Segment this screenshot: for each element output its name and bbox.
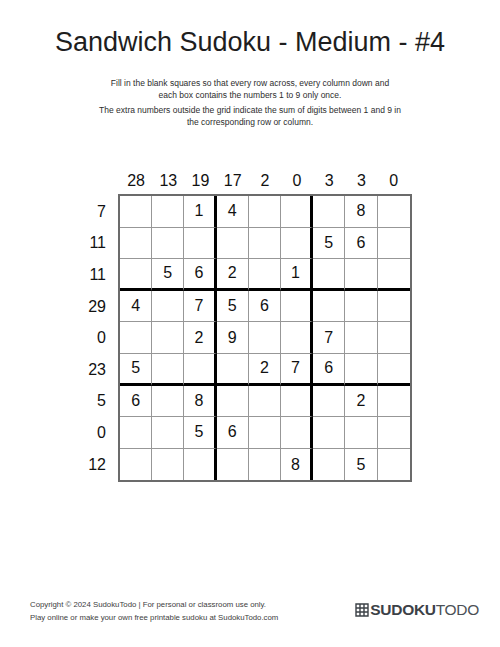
cell-r2c3[interactable] bbox=[184, 228, 216, 260]
cell-r1c6[interactable] bbox=[281, 196, 313, 228]
cell-r9c8[interactable]: 5 bbox=[345, 449, 377, 481]
cell-r6c1[interactable]: 5 bbox=[120, 354, 152, 386]
cell-r2c5[interactable] bbox=[249, 228, 281, 260]
copyright-line: Copyright © 2024 SudokuTodo | For person… bbox=[30, 599, 278, 612]
cell-r7c4[interactable] bbox=[217, 386, 249, 418]
cell-r8c8[interactable] bbox=[345, 417, 377, 449]
cell-r6c8[interactable] bbox=[345, 354, 377, 386]
footer-copyright: Copyright © 2024 SudokuTodo | For person… bbox=[30, 599, 278, 624]
cell-r3c3[interactable]: 6 bbox=[184, 259, 216, 291]
cell-r1c4[interactable]: 4 bbox=[217, 196, 249, 228]
cell-r6c2[interactable] bbox=[152, 354, 184, 386]
cell-r1c9[interactable] bbox=[378, 196, 410, 228]
cell-r4c5[interactable]: 6 bbox=[249, 291, 281, 323]
cell-r6c5[interactable]: 2 bbox=[249, 354, 281, 386]
cell-r1c7[interactable] bbox=[313, 196, 345, 228]
instructions-rules: Fill in the blank squares so that every … bbox=[40, 78, 460, 101]
cell-r4c1[interactable]: 4 bbox=[120, 291, 152, 323]
instructions-rules-line1: Fill in the blank squares so that every … bbox=[111, 78, 389, 88]
cell-r9c4[interactable] bbox=[217, 449, 249, 481]
cell-r4c8[interactable] bbox=[345, 291, 377, 323]
cell-r4c2[interactable] bbox=[152, 291, 184, 323]
cell-r7c8[interactable]: 2 bbox=[345, 386, 377, 418]
cell-r3c7[interactable] bbox=[313, 259, 345, 291]
sudoku-grid-icon bbox=[355, 603, 369, 617]
cell-r8c6[interactable] bbox=[281, 417, 313, 449]
row-clues: 71111290235012 bbox=[80, 196, 118, 482]
cell-r8c1[interactable] bbox=[120, 417, 152, 449]
cell-r5c6[interactable] bbox=[281, 322, 313, 354]
cell-r9c5[interactable] bbox=[249, 449, 281, 481]
row-clue-8: 0 bbox=[80, 417, 118, 449]
cell-r7c3[interactable]: 8 bbox=[184, 386, 216, 418]
cell-r9c2[interactable] bbox=[152, 449, 184, 481]
cell-r4c7[interactable] bbox=[313, 291, 345, 323]
cell-r7c7[interactable] bbox=[313, 386, 345, 418]
cell-r9c9[interactable] bbox=[378, 449, 410, 481]
tagline-line: Play online or make your own free printa… bbox=[30, 612, 278, 625]
sudokutodo-logo: SUDOKUTODO bbox=[355, 601, 479, 619]
cell-r6c3[interactable] bbox=[184, 354, 216, 386]
row-clue-3: 11 bbox=[80, 259, 118, 291]
cell-r3c4[interactable]: 2 bbox=[217, 259, 249, 291]
cell-r2c9[interactable] bbox=[378, 228, 410, 260]
cell-r3c6[interactable]: 1 bbox=[281, 259, 313, 291]
cell-r3c1[interactable] bbox=[120, 259, 152, 291]
col-clue-3: 19 bbox=[184, 166, 216, 194]
cell-r7c9[interactable] bbox=[378, 386, 410, 418]
instructions-sandwich-line1: The extra numbers outside the grid indic… bbox=[99, 105, 401, 115]
cell-r2c6[interactable] bbox=[281, 228, 313, 260]
cell-r5c3[interactable]: 2 bbox=[184, 322, 216, 354]
cell-r2c7[interactable]: 5 bbox=[313, 228, 345, 260]
cell-r7c2[interactable] bbox=[152, 386, 184, 418]
cell-r5c9[interactable] bbox=[378, 322, 410, 354]
row-clue-9: 12 bbox=[80, 449, 118, 481]
cell-r4c6[interactable] bbox=[281, 291, 313, 323]
cell-r2c4[interactable] bbox=[217, 228, 249, 260]
sudoku-grid: 148565621475629752766825685 bbox=[118, 194, 412, 482]
cell-r5c5[interactable] bbox=[249, 322, 281, 354]
col-clue-5: 2 bbox=[249, 166, 281, 194]
row-clue-1: 7 bbox=[80, 196, 118, 228]
instructions-sandwich: The extra numbers outside the grid indic… bbox=[40, 105, 460, 128]
cell-r5c2[interactable] bbox=[152, 322, 184, 354]
row-clue-6: 23 bbox=[80, 354, 118, 386]
cell-r2c1[interactable] bbox=[120, 228, 152, 260]
row-clue-7: 5 bbox=[80, 386, 118, 418]
cell-r7c1[interactable]: 6 bbox=[120, 386, 152, 418]
cell-r6c6[interactable]: 7 bbox=[281, 354, 313, 386]
col-clue-4: 17 bbox=[217, 166, 249, 194]
cell-r9c3[interactable] bbox=[184, 449, 216, 481]
cell-r8c4[interactable]: 6 bbox=[217, 417, 249, 449]
col-clue-9: 0 bbox=[378, 166, 410, 194]
cell-r5c1[interactable] bbox=[120, 322, 152, 354]
col-clue-7: 3 bbox=[313, 166, 345, 194]
cell-r8c3[interactable]: 5 bbox=[184, 417, 216, 449]
logo-text-todo: TODO bbox=[436, 601, 479, 618]
cell-r9c6[interactable]: 8 bbox=[281, 449, 313, 481]
board-main: 71111290235012 1485656214756297527668256… bbox=[80, 194, 412, 482]
cell-r3c8[interactable] bbox=[345, 259, 377, 291]
cell-r8c9[interactable] bbox=[378, 417, 410, 449]
cell-r1c2[interactable] bbox=[152, 196, 184, 228]
cell-r9c7[interactable] bbox=[313, 449, 345, 481]
cell-r2c8[interactable]: 6 bbox=[345, 228, 377, 260]
page-title: Sandwich Sudoku - Medium - #4 bbox=[0, 27, 500, 58]
logo-text-sudoku: SUDOKU bbox=[370, 601, 435, 618]
cell-r1c1[interactable] bbox=[120, 196, 152, 228]
cell-r1c3[interactable]: 1 bbox=[184, 196, 216, 228]
cell-r9c1[interactable] bbox=[120, 449, 152, 481]
cell-r7c5[interactable] bbox=[249, 386, 281, 418]
col-clue-2: 13 bbox=[152, 166, 184, 194]
cell-r3c5[interactable] bbox=[249, 259, 281, 291]
instructions-sandwich-line2: the corresponding row or column. bbox=[187, 117, 313, 127]
row-clue-4: 29 bbox=[80, 291, 118, 323]
cell-r6c4[interactable] bbox=[217, 354, 249, 386]
logo-text: SUDOKUTODO bbox=[370, 601, 479, 619]
cell-r3c2[interactable]: 5 bbox=[152, 259, 184, 291]
row-clue-5: 0 bbox=[80, 322, 118, 354]
cell-r1c8[interactable]: 8 bbox=[345, 196, 377, 228]
cell-r7c6[interactable] bbox=[281, 386, 313, 418]
cell-r1c5[interactable] bbox=[249, 196, 281, 228]
cell-r5c4[interactable]: 9 bbox=[217, 322, 249, 354]
instructions-rules-line2: each box contains the numbers 1 to 9 onl… bbox=[159, 90, 342, 100]
col-clue-1: 28 bbox=[120, 166, 152, 194]
cell-r5c8[interactable] bbox=[345, 322, 377, 354]
column-clues: 2813191720330 bbox=[118, 166, 412, 194]
cell-r3c9[interactable] bbox=[378, 259, 410, 291]
cell-r6c7[interactable]: 6 bbox=[313, 354, 345, 386]
cell-r8c7[interactable] bbox=[313, 417, 345, 449]
row-clue-2: 11 bbox=[80, 228, 118, 260]
cell-r2c2[interactable] bbox=[152, 228, 184, 260]
cell-r4c3[interactable]: 7 bbox=[184, 291, 216, 323]
col-clue-8: 3 bbox=[345, 166, 377, 194]
page: Sandwich Sudoku - Medium - #4 Fill in th… bbox=[0, 0, 500, 647]
cell-r4c4[interactable]: 5 bbox=[217, 291, 249, 323]
cell-r5c7[interactable]: 7 bbox=[313, 322, 345, 354]
col-clue-6: 0 bbox=[281, 166, 313, 194]
cell-r8c2[interactable] bbox=[152, 417, 184, 449]
cell-r6c9[interactable] bbox=[378, 354, 410, 386]
cell-r4c9[interactable] bbox=[378, 291, 410, 323]
cell-r8c5[interactable] bbox=[249, 417, 281, 449]
sandwich-sudoku-board: 2813191720330 71111290235012 14856562147… bbox=[80, 166, 412, 482]
